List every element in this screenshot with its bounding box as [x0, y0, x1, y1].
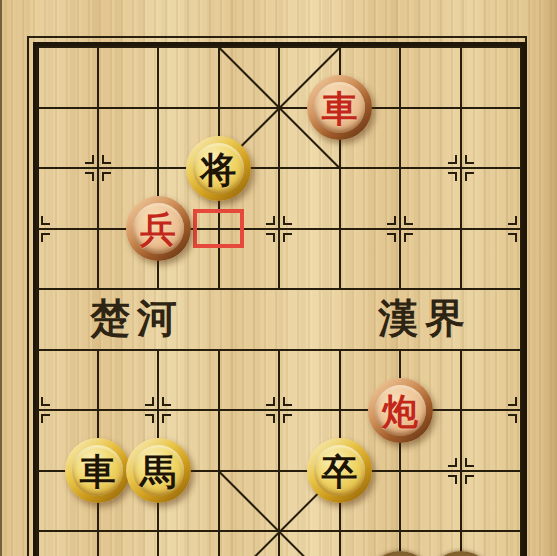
position-marker — [145, 414, 154, 423]
position-marker — [448, 172, 457, 181]
piece-black-chariot[interactable]: 車 — [65, 438, 130, 503]
piece-black-soldier[interactable]: 卒 — [307, 438, 372, 503]
position-marker — [102, 172, 111, 181]
piece-face: 炮 — [375, 385, 426, 436]
position-marker — [465, 155, 474, 164]
piece-face: 馬 — [133, 445, 184, 496]
position-marker — [465, 172, 474, 181]
position-marker — [508, 414, 517, 423]
grid-line — [399, 46, 401, 290]
position-marker — [266, 397, 275, 406]
piece-red-cannon[interactable]: 炮 — [368, 378, 433, 443]
position-marker — [102, 155, 111, 164]
position-marker — [162, 414, 171, 423]
position-marker — [41, 397, 50, 406]
piece-glyph: 馬 — [140, 452, 176, 489]
xiangqi-board: 楚河 漢界 車将兵炮車馬卒 — [0, 0, 557, 556]
piece-glyph: 卒 — [322, 452, 358, 489]
piece-red-soldier[interactable]: 兵 — [126, 196, 191, 261]
river-label-left: 楚河 — [90, 296, 184, 340]
position-marker — [448, 155, 457, 164]
position-marker — [85, 155, 94, 164]
position-marker — [465, 458, 474, 467]
grid-line — [218, 349, 220, 556]
position-marker — [283, 414, 292, 423]
position-marker — [465, 475, 474, 484]
grid-line — [460, 46, 462, 290]
position-marker — [508, 233, 517, 242]
grid-line — [97, 46, 99, 290]
position-marker — [387, 216, 396, 225]
position-marker — [508, 216, 517, 225]
position-marker — [283, 216, 292, 225]
position-marker — [448, 475, 457, 484]
piece-face: 車 — [72, 445, 123, 496]
grid-line — [278, 349, 280, 556]
position-marker — [162, 397, 171, 406]
grid-line — [520, 46, 522, 556]
position-marker — [41, 216, 50, 225]
grid-line — [36, 46, 38, 556]
river-label-right: 漢界 — [378, 296, 472, 340]
grid-line — [460, 349, 462, 556]
grid-line — [278, 46, 280, 290]
position-marker — [404, 233, 413, 242]
position-marker — [508, 397, 517, 406]
last-move-marker — [193, 209, 244, 248]
wood-shadow — [535, 0, 557, 556]
screen-left-edge — [0, 0, 2, 556]
position-marker — [266, 233, 275, 242]
piece-glyph: 車 — [322, 89, 358, 126]
position-marker — [41, 414, 50, 423]
position-marker — [145, 397, 154, 406]
position-marker — [41, 233, 50, 242]
position-marker — [404, 216, 413, 225]
piece-black-general[interactable]: 将 — [186, 136, 251, 201]
position-marker — [283, 397, 292, 406]
position-marker — [266, 414, 275, 423]
piece-face: 卒 — [314, 445, 365, 496]
position-marker — [387, 233, 396, 242]
piece-glyph: 炮 — [382, 392, 418, 429]
piece-face: 車 — [314, 82, 365, 133]
piece-black-horse[interactable]: 馬 — [126, 438, 191, 503]
piece-red-chariot[interactable]: 車 — [307, 75, 372, 140]
piece-glyph: 将 — [201, 150, 237, 187]
piece-glyph: 兵 — [140, 210, 176, 247]
position-marker — [283, 233, 292, 242]
position-marker — [85, 172, 94, 181]
piece-face: 将 — [193, 143, 244, 194]
piece-glyph: 車 — [80, 452, 116, 489]
position-marker — [266, 216, 275, 225]
position-marker — [448, 458, 457, 467]
piece-face: 兵 — [133, 203, 184, 254]
